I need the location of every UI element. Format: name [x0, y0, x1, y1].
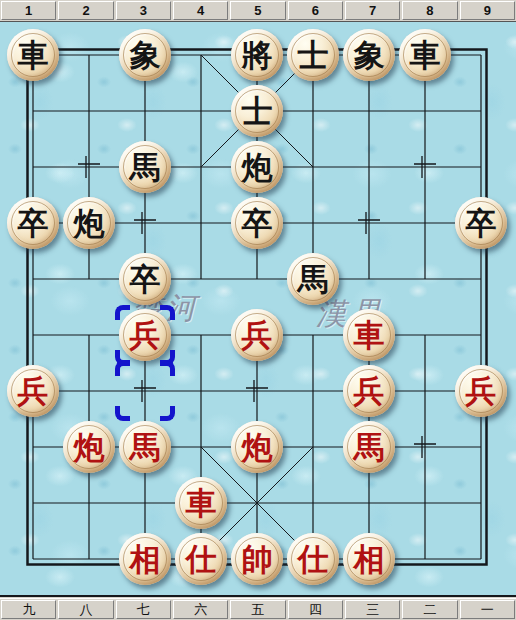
piece-black-advisor[interactable]: 士 — [287, 29, 339, 81]
bottom-coordinate-bar: 九八七六五四三二一 — [0, 598, 516, 620]
piece-character: 炮 — [231, 421, 283, 473]
piece-black-elephant[interactable]: 象 — [343, 29, 395, 81]
piece-character: 馬 — [287, 253, 339, 305]
piece-character: 相 — [343, 533, 395, 585]
piece-character: 相 — [119, 533, 171, 585]
piece-character: 卒 — [119, 253, 171, 305]
piece-red-elephant[interactable]: 相 — [343, 533, 395, 585]
piece-black-cannon[interactable]: 炮 — [231, 141, 283, 193]
piece-character: 仕 — [175, 533, 227, 585]
file-label-6: 6 — [288, 1, 343, 20]
piece-character: 兵 — [119, 309, 171, 361]
piece-character: 卒 — [231, 197, 283, 249]
piece-character: 將 — [231, 29, 283, 81]
file-label-9: 9 — [460, 1, 515, 20]
piece-black-horse[interactable]: 馬 — [287, 253, 339, 305]
piece-red-advisor[interactable]: 仕 — [287, 533, 339, 585]
piece-red-horse[interactable]: 馬 — [119, 421, 171, 473]
piece-black-advisor[interactable]: 士 — [231, 85, 283, 137]
file-label-cn-4: 六 — [173, 600, 228, 619]
file-label-8: 8 — [402, 1, 457, 20]
piece-red-horse[interactable]: 馬 — [343, 421, 395, 473]
file-label-7: 7 — [345, 1, 400, 20]
piece-red-cannon[interactable]: 炮 — [63, 421, 115, 473]
piece-character: 象 — [119, 29, 171, 81]
file-label-3: 3 — [116, 1, 171, 20]
file-label-cn-6: 四 — [288, 600, 343, 619]
piece-black-soldier[interactable]: 卒 — [119, 253, 171, 305]
piece-character: 士 — [287, 29, 339, 81]
file-label-cn-9: 一 — [460, 600, 515, 619]
piece-character: 炮 — [231, 141, 283, 193]
piece-character: 炮 — [63, 197, 115, 249]
piece-character: 仕 — [287, 533, 339, 585]
piece-red-soldier[interactable]: 兵 — [455, 365, 507, 417]
xiangqi-board[interactable]: 楚河漢界 車象將士象車士馬炮卒炮卒卒卒馬兵兵車兵兵兵炮馬炮馬車相仕帥仕相 — [0, 22, 516, 595]
piece-black-soldier[interactable]: 卒 — [455, 197, 507, 249]
piece-red-cannon[interactable]: 炮 — [231, 421, 283, 473]
piece-character: 車 — [7, 29, 59, 81]
file-label-cn-7: 三 — [345, 600, 400, 619]
piece-red-advisor[interactable]: 仕 — [175, 533, 227, 585]
file-label-cn-8: 二 — [402, 600, 457, 619]
piece-red-soldier[interactable]: 兵 — [119, 309, 171, 361]
file-label-cn-5: 五 — [230, 600, 285, 619]
piece-red-general[interactable]: 帥 — [231, 533, 283, 585]
piece-black-cannon[interactable]: 炮 — [63, 197, 115, 249]
piece-black-general[interactable]: 將 — [231, 29, 283, 81]
piece-character: 士 — [231, 85, 283, 137]
piece-character: 帥 — [231, 533, 283, 585]
top-coordinate-bar: 123456789 — [0, 0, 516, 22]
file-label-cn-2: 八 — [58, 600, 113, 619]
piece-character: 兵 — [455, 365, 507, 417]
piece-character: 馬 — [119, 421, 171, 473]
piece-character: 卒 — [455, 197, 507, 249]
piece-red-soldier[interactable]: 兵 — [343, 365, 395, 417]
piece-character: 車 — [343, 309, 395, 361]
file-label-5: 5 — [230, 1, 285, 20]
file-label-cn-1: 九 — [1, 600, 56, 619]
piece-red-elephant[interactable]: 相 — [119, 533, 171, 585]
piece-red-soldier[interactable]: 兵 — [7, 365, 59, 417]
piece-character: 車 — [175, 477, 227, 529]
piece-character: 馬 — [119, 141, 171, 193]
piece-black-soldier[interactable]: 卒 — [7, 197, 59, 249]
xiangqi-app-window: 123456789 楚河漢界 車象將士象車士馬炮卒炮卒卒卒馬兵兵車兵兵兵炮馬炮馬… — [0, 0, 516, 620]
piece-black-soldier[interactable]: 卒 — [231, 197, 283, 249]
piece-black-chariot[interactable]: 車 — [399, 29, 451, 81]
piece-red-chariot[interactable]: 車 — [343, 309, 395, 361]
piece-character: 象 — [343, 29, 395, 81]
piece-character: 卒 — [7, 197, 59, 249]
file-label-2: 2 — [58, 1, 113, 20]
piece-character: 兵 — [231, 309, 283, 361]
piece-character: 兵 — [7, 365, 59, 417]
file-label-cn-3: 七 — [116, 600, 171, 619]
piece-character: 兵 — [343, 365, 395, 417]
piece-red-chariot[interactable]: 車 — [175, 477, 227, 529]
piece-character: 馬 — [343, 421, 395, 473]
piece-black-chariot[interactable]: 車 — [7, 29, 59, 81]
piece-black-horse[interactable]: 馬 — [119, 141, 171, 193]
piece-black-elephant[interactable]: 象 — [119, 29, 171, 81]
piece-red-soldier[interactable]: 兵 — [231, 309, 283, 361]
piece-character: 炮 — [63, 421, 115, 473]
file-label-1: 1 — [1, 1, 56, 20]
piece-character: 車 — [399, 29, 451, 81]
file-label-4: 4 — [173, 1, 228, 20]
